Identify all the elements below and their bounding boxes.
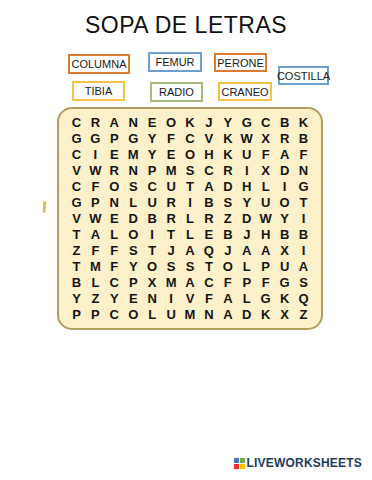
grid-cell[interactable]: B [143,210,162,226]
grid-cell[interactable]: D [237,307,256,323]
grid-cell[interactable]: K [181,114,200,130]
grid-cell[interactable]: P [143,162,162,178]
grid-cell[interactable]: Y [275,210,294,226]
grid-cell[interactable]: T [67,227,86,243]
grid-cell[interactable]: F [294,146,313,162]
grid-cell[interactable]: C [143,178,162,194]
grid-cell[interactable]: W [256,210,275,226]
grid-cell[interactable]: W [86,210,105,226]
grid-cell[interactable]: I [143,227,162,243]
grid-cell[interactable]: C [181,130,200,146]
grid-cell[interactable]: S [181,259,200,275]
grid-cell[interactable]: T [294,194,313,210]
grid-cell[interactable]: D [124,210,143,226]
grid-cell[interactable]: F [86,243,105,259]
grid-cell[interactable]: S [181,162,200,178]
grid-cell[interactable]: F [105,243,124,259]
grid-cell[interactable]: B [294,130,313,146]
grid-cell[interactable]: C [67,114,86,130]
grid-cell[interactable]: U [143,194,162,210]
grid-cell[interactable]: A [218,291,237,307]
grid-cell[interactable]: D [237,210,256,226]
word-box-craneo[interactable]: CRANEO [218,82,272,101]
grid-cell[interactable]: E [162,146,181,162]
grid-cell[interactable]: U [275,259,294,275]
grid-cell[interactable]: U [162,307,181,323]
grid-cell[interactable]: L [181,227,200,243]
grid-cell[interactable]: Z [218,210,237,226]
grid-cell[interactable]: Y [67,291,86,307]
grid-cell[interactable]: R [275,130,294,146]
grid-cell[interactable]: F [86,178,105,194]
grid-cell[interactable]: I [275,178,294,194]
grid-cell[interactable]: P [67,307,86,323]
grid-cell[interactable]: T [162,227,181,243]
grid-cell[interactable]: E [199,227,218,243]
grid-cell[interactable]: A [256,243,275,259]
grid-cell[interactable]: S [124,243,143,259]
grid-cell[interactable]: Y [218,114,237,130]
grid-cell[interactable]: G [124,130,143,146]
grid-cell[interactable]: E [105,210,124,226]
word-label-perone: PERONE [217,57,263,69]
grid-cell[interactable]: G [86,130,105,146]
grid-cell[interactable]: F [256,146,275,162]
grid-cell[interactable]: O [218,259,237,275]
grid-cell[interactable]: N [143,291,162,307]
word-label-tibia: TIBIA [85,85,113,97]
grid-cell[interactable]: C [256,114,275,130]
grid-cell[interactable]: T [181,178,200,194]
grid-cell[interactable]: N [294,162,313,178]
grid-cell[interactable]: A [294,259,313,275]
grid-cell[interactable]: P [86,307,105,323]
grid-cell[interactable]: P [124,275,143,291]
grid-cell[interactable]: N [199,307,218,323]
word-label-craneo: CRANEO [221,86,268,98]
grid-cell[interactable]: R [105,162,124,178]
grid-cell[interactable]: K [256,307,275,323]
grid-cell[interactable]: N [124,114,143,130]
grid-cell[interactable]: J [199,114,218,130]
grid-cell[interactable]: I [86,146,105,162]
grid-cell[interactable]: A [218,307,237,323]
grid-cell[interactable]: F [256,275,275,291]
liveworksheets-wordmark: LIVEWORKSHEETS [247,456,362,470]
grid-cell[interactable]: I [162,291,181,307]
grid-cell[interactable]: X [143,275,162,291]
grid-cell[interactable]: X [256,162,275,178]
grid-cell[interactable]: R [218,162,237,178]
grid-cell[interactable]: D [218,178,237,194]
grid-cell[interactable]: F [218,275,237,291]
grid-cell[interactable]: V [199,130,218,146]
word-box-radio[interactable]: RADIO [150,82,203,102]
grid-cell[interactable]: A [237,243,256,259]
grid-cell[interactable]: O [162,114,181,130]
liveworksheets-logo[interactable]: LIVEWORKSHEETS [234,456,362,470]
grid-cell[interactable]: O [181,146,200,162]
grid-cell[interactable]: M [162,162,181,178]
grid-cell[interactable]: L [86,275,105,291]
grid-cell[interactable]: L [181,210,200,226]
grid-cell[interactable]: J [237,227,256,243]
grid-cell[interactable]: E [143,114,162,130]
grid-cell[interactable]: L [143,307,162,323]
grid-cell[interactable]: K [294,114,313,130]
grid-cell[interactable]: Y [143,130,162,146]
liveworksheets-waffle-icon [234,458,245,469]
grid-cell[interactable]: W [86,162,105,178]
grid-cell[interactable]: P [86,194,105,210]
grid-cell[interactable]: M [162,275,181,291]
grid-cell[interactable]: M [86,259,105,275]
grid-cell[interactable]: A [86,227,105,243]
grid-cell[interactable]: R [162,210,181,226]
grid-cell[interactable]: V [181,291,200,307]
grid-cell[interactable]: E [124,291,143,307]
grid-cell[interactable]: L [237,291,256,307]
grid-cell[interactable]: I [181,194,200,210]
word-box-columna[interactable]: COLUMNA [68,54,130,74]
grid-cell[interactable]: J [162,243,181,259]
grid-cell[interactable]: N [124,162,143,178]
word-label-costilla: COSTILLA [277,70,330,82]
grid-cell[interactable]: C [105,307,124,323]
grid-cell[interactable]: B [294,227,313,243]
grid-cell[interactable]: P [237,275,256,291]
grid-cell[interactable]: B [218,227,237,243]
grid-cell[interactable]: S [294,275,313,291]
grid-cell[interactable]: O [275,194,294,210]
grid-cell[interactable]: G [275,275,294,291]
grid-cell[interactable]: G [67,130,86,146]
grid-cell[interactable]: B [275,114,294,130]
grid-cell[interactable]: Z [67,243,86,259]
grid-cell[interactable]: L [256,178,275,194]
grid-cell[interactable]: I [237,162,256,178]
grid-cell[interactable]: C [105,275,124,291]
word-box-tibia[interactable]: TIBIA [72,81,125,101]
word-label-columna: COLUMNA [71,58,126,70]
grid-cell[interactable]: C [67,178,86,194]
grid-cell[interactable]: B [199,194,218,210]
grid-cell[interactable]: Z [86,291,105,307]
grid-cell[interactable]: R [162,194,181,210]
grid-cell[interactable]: A [181,275,200,291]
word-box-perone[interactable]: PERONE [214,53,267,72]
grid-cell[interactable]: A [181,243,200,259]
word-label-radio: RADIO [159,86,194,98]
grid-cell[interactable]: K [218,130,237,146]
grid-cell[interactable]: C [199,275,218,291]
grid-cell[interactable]: T [199,259,218,275]
grid-cell[interactable]: O [105,178,124,194]
word-label-femur: FEMUR [155,56,194,68]
grid-cell[interactable]: R [199,210,218,226]
grid-cell[interactable]: H [256,227,275,243]
grid-cell[interactable]: L [124,194,143,210]
grid-cell[interactable]: M [124,146,143,162]
grid-cell[interactable]: F [199,291,218,307]
grid-cell[interactable]: X [275,307,294,323]
grid-cell[interactable]: Z [294,307,313,323]
grid-cell[interactable]: L [105,227,124,243]
grid-cell[interactable]: J [218,243,237,259]
grid-cell[interactable]: O [124,227,143,243]
grid-cell[interactable]: G [294,178,313,194]
word-search-board: CRANEOKJYGCBKGGPGYFCVKWXRBCIEMYEOHKUFAFV… [57,107,323,330]
letter-grid: CRANEOKJYGCBKGGPGYFCVKWXRBCIEMYEOHKUFAFV… [67,114,313,323]
grid-cell[interactable]: U [162,178,181,194]
grid-cell[interactable]: Y [237,194,256,210]
grid-cell[interactable]: Q [294,291,313,307]
grid-cell[interactable]: N [105,194,124,210]
grid-cell[interactable]: G [67,194,86,210]
grid-cell[interactable]: O [143,259,162,275]
grid-cell[interactable]: K [218,146,237,162]
grid-cell[interactable]: A [199,178,218,194]
grid-cell[interactable]: E [105,146,124,162]
word-box-costilla[interactable]: COSTILLA [278,66,329,85]
grid-cell[interactable]: A [275,146,294,162]
grid-cell[interactable]: T [143,243,162,259]
word-box-femur[interactable]: FEMUR [148,52,202,72]
grid-cell[interactable]: B [275,227,294,243]
grid-cell[interactable]: H [199,146,218,162]
grid-cell[interactable]: V [67,162,86,178]
grid-cell[interactable]: S [124,178,143,194]
worksheet-page: SOPA DE LETRAS COLUMNA FEMUR PERONE COST… [0,0,372,480]
grid-cell[interactable]: Y [143,146,162,162]
grid-cell[interactable]: G [256,291,275,307]
grid-cell[interactable]: I [294,243,313,259]
grid-cell[interactable]: U [237,146,256,162]
grid-cell[interactable]: P [256,259,275,275]
grid-cell[interactable]: P [105,130,124,146]
grid-cell[interactable]: X [275,243,294,259]
page-title: SOPA DE LETRAS [0,12,372,39]
grid-cell[interactable]: U [256,194,275,210]
grid-cell[interactable]: F [105,259,124,275]
grid-cell[interactable]: X [256,130,275,146]
grid-cell[interactable]: I [294,210,313,226]
grid-cell[interactable]: V [67,210,86,226]
grid-cell[interactable]: O [124,307,143,323]
grid-cell[interactable]: F [162,130,181,146]
grid-cell[interactable]: Y [105,291,124,307]
grid-cell[interactable]: L [237,259,256,275]
grid-cell[interactable]: Y [124,259,143,275]
stray-pen-mark [43,201,47,213]
grid-cell[interactable]: G [237,114,256,130]
grid-cell[interactable]: S [218,194,237,210]
grid-cell[interactable]: C [67,146,86,162]
grid-cell[interactable]: A [105,114,124,130]
grid-cell[interactable]: R [86,114,105,130]
grid-cell[interactable]: D [275,162,294,178]
grid-cell[interactable]: Q [199,243,218,259]
grid-cell[interactable]: S [162,259,181,275]
grid-cell[interactable]: W [237,130,256,146]
grid-cell[interactable]: T [67,259,86,275]
grid-cell[interactable]: H [237,178,256,194]
grid-cell[interactable]: B [67,275,86,291]
grid-cell[interactable]: C [199,162,218,178]
grid-cell[interactable]: K [275,291,294,307]
grid-cell[interactable]: M [181,307,200,323]
